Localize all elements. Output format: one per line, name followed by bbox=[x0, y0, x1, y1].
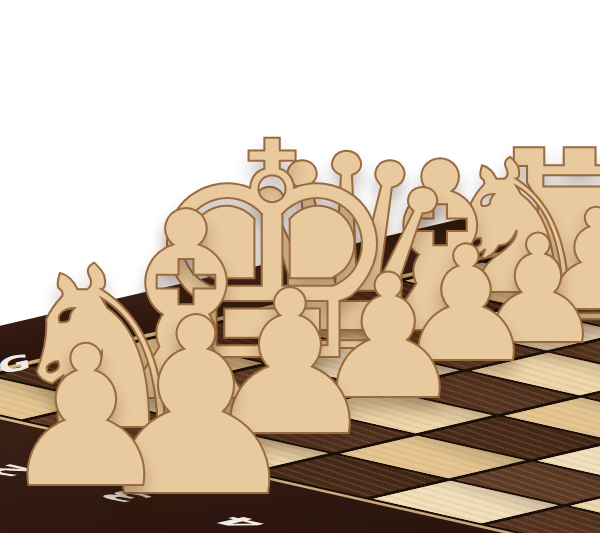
white-pawn-h2: ♟ bbox=[0, 320, 184, 515]
chess-set-photo-scene: 234 G♜♞♝♛♚♝♞♜♟♟♟♟♟♟♟ bbox=[0, 0, 600, 533]
pieces-layer: G♜♞♝♛♚♝♞♜♟♟♟♟♟♟♟ bbox=[0, 0, 600, 533]
